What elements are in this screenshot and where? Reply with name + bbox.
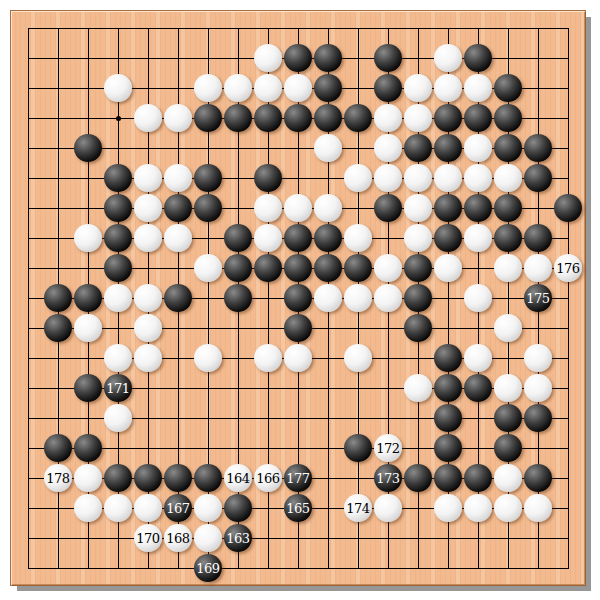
intersection[interactable] xyxy=(73,103,103,133)
intersection xyxy=(313,133,343,163)
intersection[interactable] xyxy=(343,373,373,403)
intersection[interactable] xyxy=(403,433,433,463)
intersection[interactable] xyxy=(73,13,103,43)
go-board[interactable]: 1761751711721781641661771731671651741701… xyxy=(10,10,586,586)
intersection[interactable] xyxy=(283,553,313,583)
intersection[interactable] xyxy=(223,343,253,373)
intersection[interactable] xyxy=(343,193,373,223)
intersection xyxy=(433,493,463,523)
intersection[interactable] xyxy=(433,313,463,343)
intersection xyxy=(103,223,133,253)
move-number-label: 176 xyxy=(556,261,579,274)
intersection[interactable] xyxy=(313,403,343,433)
intersection[interactable] xyxy=(433,523,463,553)
intersection[interactable] xyxy=(163,343,193,373)
intersection xyxy=(313,73,343,103)
intersection xyxy=(403,223,433,253)
intersection xyxy=(43,313,73,343)
white-stone: 168 xyxy=(164,524,192,552)
intersection[interactable] xyxy=(103,313,133,343)
black-stone: 175 xyxy=(524,284,552,312)
intersection[interactable] xyxy=(493,43,523,73)
intersection[interactable] xyxy=(43,73,73,103)
black-stone xyxy=(524,464,552,492)
intersection[interactable] xyxy=(223,403,253,433)
intersection[interactable] xyxy=(313,13,343,43)
white-stone: 174 xyxy=(344,494,372,522)
intersection[interactable] xyxy=(283,523,313,553)
intersection xyxy=(463,73,493,103)
intersection[interactable] xyxy=(13,13,43,43)
intersection xyxy=(283,253,313,283)
intersection[interactable] xyxy=(343,13,373,43)
intersection[interactable] xyxy=(13,223,43,253)
intersection[interactable] xyxy=(133,133,163,163)
intersection[interactable] xyxy=(253,313,283,343)
intersection[interactable] xyxy=(253,493,283,523)
intersection[interactable] xyxy=(523,193,553,223)
white-stone xyxy=(104,494,132,522)
white-stone xyxy=(314,134,342,162)
intersection[interactable] xyxy=(343,523,373,553)
black-stone xyxy=(404,254,432,282)
intersection[interactable] xyxy=(553,283,583,313)
intersection[interactable] xyxy=(253,133,283,163)
intersection[interactable] xyxy=(343,313,373,343)
intersection[interactable] xyxy=(43,223,73,253)
intersection xyxy=(493,133,523,163)
intersection[interactable] xyxy=(73,193,103,223)
black-stone xyxy=(314,44,342,72)
intersection xyxy=(73,223,103,253)
intersection xyxy=(463,223,493,253)
intersection[interactable] xyxy=(553,343,583,373)
intersection[interactable] xyxy=(13,253,43,283)
intersection[interactable] xyxy=(523,73,553,103)
black-stone xyxy=(74,134,102,162)
intersection[interactable] xyxy=(253,13,283,43)
intersection xyxy=(433,433,463,463)
intersection xyxy=(523,253,553,283)
intersection[interactable] xyxy=(343,133,373,163)
intersection[interactable] xyxy=(313,493,343,523)
intersection xyxy=(493,163,523,193)
white-stone xyxy=(494,494,522,522)
intersection xyxy=(133,343,163,373)
white-stone xyxy=(194,344,222,372)
intersection[interactable] xyxy=(463,553,493,583)
intersection[interactable] xyxy=(13,493,43,523)
intersection[interactable] xyxy=(373,373,403,403)
black-stone xyxy=(434,194,462,222)
intersection[interactable] xyxy=(373,523,403,553)
black-stone xyxy=(104,164,132,192)
intersection xyxy=(283,313,313,343)
white-stone xyxy=(464,284,492,312)
intersection[interactable] xyxy=(253,433,283,463)
white-stone xyxy=(494,314,522,342)
intersection xyxy=(403,103,433,133)
white-stone xyxy=(494,464,522,492)
black-stone xyxy=(344,434,372,462)
black-stone xyxy=(314,254,342,282)
intersection[interactable] xyxy=(43,523,73,553)
intersection[interactable] xyxy=(463,403,493,433)
intersection xyxy=(523,493,553,523)
intersection[interactable] xyxy=(433,13,463,43)
intersection[interactable] xyxy=(133,73,163,103)
intersection[interactable] xyxy=(403,43,433,73)
white-stone xyxy=(344,284,372,312)
intersection[interactable] xyxy=(13,373,43,403)
intersection xyxy=(253,193,283,223)
intersection[interactable] xyxy=(73,253,103,283)
black-stone xyxy=(104,254,132,282)
intersection[interactable] xyxy=(73,163,103,193)
intersection[interactable] xyxy=(13,433,43,463)
intersection xyxy=(373,283,403,313)
black-stone xyxy=(194,164,222,192)
white-stone xyxy=(374,284,402,312)
white-stone xyxy=(254,194,282,222)
intersection[interactable] xyxy=(13,133,43,163)
intersection[interactable] xyxy=(463,13,493,43)
intersection[interactable] xyxy=(463,433,493,463)
intersection[interactable] xyxy=(133,403,163,433)
intersection[interactable] xyxy=(373,313,403,343)
intersection xyxy=(133,223,163,253)
intersection[interactable] xyxy=(163,133,193,163)
intersection[interactable] xyxy=(223,193,253,223)
intersection[interactable] xyxy=(103,43,133,73)
intersection[interactable] xyxy=(283,13,313,43)
intersection[interactable] xyxy=(523,103,553,133)
intersection[interactable] xyxy=(13,163,43,193)
intersection[interactable] xyxy=(43,193,73,223)
white-stone xyxy=(494,374,522,402)
intersection[interactable] xyxy=(523,523,553,553)
white-stone xyxy=(194,494,222,522)
intersection xyxy=(163,193,193,223)
intersection[interactable] xyxy=(163,373,193,403)
intersection[interactable] xyxy=(463,523,493,553)
black-stone xyxy=(494,74,522,102)
black-stone xyxy=(494,404,522,432)
move-number-label: 167 xyxy=(166,501,189,514)
black-stone xyxy=(314,224,342,252)
intersection xyxy=(523,163,553,193)
intersection[interactable] xyxy=(553,133,583,163)
intersection[interactable] xyxy=(313,373,343,403)
intersection xyxy=(73,373,103,403)
intersection[interactable] xyxy=(223,133,253,163)
intersection[interactable] xyxy=(403,13,433,43)
intersection[interactable] xyxy=(43,343,73,373)
intersection[interactable] xyxy=(103,133,133,163)
intersection[interactable] xyxy=(43,133,73,163)
black-stone xyxy=(254,104,282,132)
intersection[interactable] xyxy=(553,73,583,103)
intersection[interactable] xyxy=(553,493,583,523)
intersection[interactable] xyxy=(163,553,193,583)
intersection xyxy=(433,73,463,103)
intersection xyxy=(73,283,103,313)
black-stone xyxy=(524,224,552,252)
intersection xyxy=(373,73,403,103)
intersection[interactable] xyxy=(163,43,193,73)
intersection[interactable] xyxy=(343,43,373,73)
intersection[interactable] xyxy=(133,433,163,463)
intersection[interactable] xyxy=(163,433,193,463)
intersection[interactable] xyxy=(313,463,343,493)
intersection[interactable] xyxy=(193,403,223,433)
intersection[interactable] xyxy=(313,523,343,553)
intersection xyxy=(463,193,493,223)
intersection[interactable] xyxy=(223,433,253,463)
intersection[interactable] xyxy=(223,553,253,583)
intersection[interactable] xyxy=(553,223,583,253)
intersection[interactable] xyxy=(13,43,43,73)
intersection xyxy=(463,493,493,523)
intersection[interactable] xyxy=(493,523,523,553)
intersection[interactable] xyxy=(553,463,583,493)
intersection[interactable] xyxy=(73,523,103,553)
intersection xyxy=(193,163,223,193)
intersection xyxy=(313,43,343,73)
intersection[interactable] xyxy=(43,553,73,583)
intersection[interactable] xyxy=(253,523,283,553)
intersection[interactable] xyxy=(193,283,223,313)
intersection[interactable] xyxy=(13,463,43,493)
black-stone xyxy=(224,104,252,132)
black-stone xyxy=(314,104,342,132)
intersection[interactable] xyxy=(373,223,403,253)
black-stone xyxy=(344,254,372,282)
white-stone xyxy=(254,74,282,102)
black-stone xyxy=(74,434,102,462)
black-stone xyxy=(524,134,552,162)
intersection[interactable] xyxy=(253,553,283,583)
intersection[interactable] xyxy=(223,13,253,43)
black-stone: 163 xyxy=(224,524,252,552)
intersection[interactable] xyxy=(283,133,313,163)
intersection[interactable] xyxy=(43,103,73,133)
intersection[interactable] xyxy=(463,253,493,283)
intersection xyxy=(463,463,493,493)
intersection[interactable] xyxy=(193,313,223,343)
intersection xyxy=(283,43,313,73)
intersection xyxy=(133,463,163,493)
white-stone xyxy=(314,284,342,312)
intersection[interactable] xyxy=(43,493,73,523)
intersection[interactable] xyxy=(283,373,313,403)
intersection xyxy=(493,403,523,433)
white-stone xyxy=(374,494,402,522)
intersection xyxy=(433,133,463,163)
intersection[interactable] xyxy=(553,523,583,553)
intersection[interactable] xyxy=(403,493,433,523)
intersection[interactable] xyxy=(403,403,433,433)
intersection[interactable] xyxy=(553,373,583,403)
intersection[interactable] xyxy=(13,313,43,343)
intersection[interactable] xyxy=(43,13,73,43)
intersection[interactable] xyxy=(163,313,193,343)
intersection xyxy=(313,223,343,253)
intersection[interactable] xyxy=(283,163,313,193)
intersection[interactable] xyxy=(523,313,553,343)
intersection xyxy=(403,253,433,283)
intersection: 175 xyxy=(523,283,553,313)
intersection[interactable] xyxy=(193,43,223,73)
intersection[interactable] xyxy=(103,553,133,583)
intersection[interactable] xyxy=(73,73,103,103)
intersection[interactable] xyxy=(103,13,133,43)
white-stone xyxy=(134,104,162,132)
intersection[interactable] xyxy=(433,283,463,313)
intersection[interactable] xyxy=(523,43,553,73)
intersection[interactable] xyxy=(283,403,313,433)
intersection[interactable] xyxy=(493,553,523,583)
intersection[interactable] xyxy=(133,43,163,73)
intersection[interactable] xyxy=(253,283,283,313)
intersection[interactable] xyxy=(523,13,553,43)
intersection xyxy=(373,163,403,193)
intersection[interactable] xyxy=(223,43,253,73)
intersection xyxy=(433,103,463,133)
intersection[interactable] xyxy=(13,403,43,433)
intersection[interactable] xyxy=(193,223,223,253)
intersection xyxy=(193,523,223,553)
intersection[interactable] xyxy=(343,463,373,493)
intersection[interactable] xyxy=(73,553,103,583)
intersection[interactable] xyxy=(73,343,103,373)
intersection xyxy=(373,493,403,523)
intersection[interactable] xyxy=(553,403,583,433)
intersection[interactable] xyxy=(493,283,523,313)
intersection[interactable] xyxy=(403,523,433,553)
intersection xyxy=(283,73,313,103)
intersection[interactable] xyxy=(43,43,73,73)
intersection[interactable] xyxy=(73,403,103,433)
intersection[interactable] xyxy=(493,13,523,43)
intersection[interactable] xyxy=(193,133,223,163)
white-stone xyxy=(434,254,462,282)
intersection[interactable] xyxy=(13,553,43,583)
white-stone: 166 xyxy=(254,464,282,492)
black-stone xyxy=(434,104,462,132)
intersection[interactable] xyxy=(163,253,193,283)
intersection[interactable] xyxy=(133,373,163,403)
intersection[interactable] xyxy=(163,73,193,103)
intersection xyxy=(523,373,553,403)
black-stone xyxy=(164,464,192,492)
intersection[interactable] xyxy=(373,553,403,583)
intersection xyxy=(163,163,193,193)
intersection[interactable] xyxy=(553,433,583,463)
intersection[interactable] xyxy=(103,103,133,133)
intersection[interactable] xyxy=(523,553,553,583)
intersection[interactable] xyxy=(43,253,73,283)
intersection[interactable] xyxy=(343,553,373,583)
intersection[interactable] xyxy=(43,163,73,193)
intersection[interactable] xyxy=(193,433,223,463)
intersection[interactable] xyxy=(13,73,43,103)
intersection[interactable] xyxy=(13,283,43,313)
intersection[interactable] xyxy=(193,373,223,403)
intersection[interactable] xyxy=(313,343,343,373)
intersection[interactable] xyxy=(553,43,583,73)
intersection[interactable] xyxy=(223,373,253,403)
intersection[interactable] xyxy=(253,403,283,433)
intersection[interactable] xyxy=(403,553,433,583)
intersection[interactable] xyxy=(553,13,583,43)
intersection[interactable] xyxy=(373,343,403,373)
black-stone xyxy=(434,404,462,432)
white-stone xyxy=(134,344,162,372)
intersection[interactable] xyxy=(43,373,73,403)
intersection[interactable] xyxy=(553,103,583,133)
white-stone: 176 xyxy=(554,254,582,282)
intersection[interactable] xyxy=(313,433,343,463)
intersection[interactable] xyxy=(133,553,163,583)
intersection[interactable] xyxy=(253,373,283,403)
intersection[interactable] xyxy=(433,553,463,583)
intersection[interactable] xyxy=(343,403,373,433)
move-number-label: 177 xyxy=(286,471,309,484)
black-stone xyxy=(104,224,132,252)
intersection[interactable] xyxy=(553,553,583,583)
intersection[interactable] xyxy=(223,313,253,343)
black-stone xyxy=(434,134,462,162)
black-stone xyxy=(74,284,102,312)
intersection[interactable] xyxy=(343,73,373,103)
intersection xyxy=(523,403,553,433)
intersection[interactable] xyxy=(103,523,133,553)
intersection[interactable] xyxy=(73,43,103,73)
intersection[interactable] xyxy=(373,403,403,433)
intersection[interactable] xyxy=(133,13,163,43)
intersection[interactable] xyxy=(283,433,313,463)
intersection[interactable] xyxy=(13,343,43,373)
intersection[interactable] xyxy=(313,163,343,193)
intersection[interactable] xyxy=(403,343,433,373)
intersection[interactable] xyxy=(103,433,133,463)
intersection[interactable] xyxy=(163,13,193,43)
intersection[interactable] xyxy=(553,313,583,343)
white-stone xyxy=(434,164,462,192)
black-stone xyxy=(554,194,582,222)
intersection[interactable] xyxy=(13,103,43,133)
white-stone xyxy=(344,344,372,372)
intersection xyxy=(523,343,553,373)
intersection[interactable] xyxy=(223,163,253,193)
intersection[interactable] xyxy=(13,193,43,223)
intersection[interactable] xyxy=(43,403,73,433)
intersection[interactable] xyxy=(313,313,343,343)
intersection[interactable] xyxy=(163,403,193,433)
intersection[interactable] xyxy=(373,13,403,43)
intersection xyxy=(253,103,283,133)
intersection[interactable] xyxy=(493,343,523,373)
intersection[interactable] xyxy=(193,13,223,43)
intersection[interactable] xyxy=(133,253,163,283)
intersection[interactable] xyxy=(553,163,583,193)
intersection[interactable] xyxy=(523,433,553,463)
black-stone xyxy=(284,224,312,252)
intersection[interactable] xyxy=(13,523,43,553)
intersection[interactable] xyxy=(313,553,343,583)
intersection[interactable] xyxy=(463,313,493,343)
